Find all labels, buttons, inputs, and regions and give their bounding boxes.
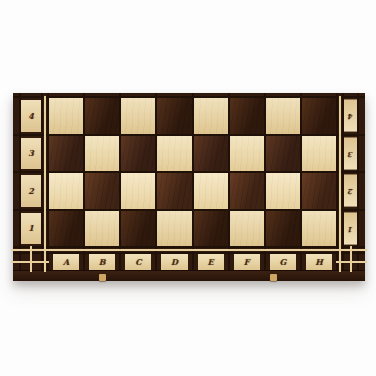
square-h2[interactable]: [302, 173, 336, 209]
inlay-pinstripe-vertical: [43, 173, 47, 209]
file-label-c: C: [125, 254, 151, 270]
square-h4[interactable]: [302, 98, 336, 134]
square-e3[interactable]: [194, 136, 228, 172]
border-left-edge: [13, 173, 19, 209]
fold-seam-segment: [266, 93, 300, 96]
inlay-pinstripe-vertical: [43, 211, 47, 247]
square-g1[interactable]: [266, 211, 300, 247]
file-label-g: G: [270, 254, 296, 270]
square-a2[interactable]: [49, 173, 83, 209]
fold-seam-segment: [359, 93, 365, 96]
file-label-cell-b: B: [85, 254, 119, 270]
border-right-edge: [359, 173, 365, 209]
fold-seam-segment: [85, 93, 119, 96]
product-photo: 44332211ABCDEFGH: [0, 0, 376, 376]
rank-label-cell-left-3: 3: [21, 136, 41, 172]
inlay-pinstripe-horizontal: [194, 248, 228, 252]
inlay-pinstripe-horizontal: [302, 248, 336, 252]
square-b1[interactable]: [85, 211, 119, 247]
inlay-pinstripe-vertical: [338, 98, 342, 134]
square-d4[interactable]: [157, 98, 191, 134]
fold-seam-segment: [13, 93, 19, 96]
file-label-cell-a: A: [49, 254, 83, 270]
square-d2[interactable]: [157, 173, 191, 209]
file-label-a: A: [53, 254, 79, 270]
inlay-pinstripe-vertical: [43, 136, 47, 172]
rank-label-cell-left-2: 2: [21, 173, 41, 209]
rank-label-cell-right-2: 2: [344, 173, 357, 209]
file-label-cell-g: G: [266, 254, 300, 270]
file-label-cell-f: F: [230, 254, 264, 270]
inlay-pinstripe-vertical: [338, 211, 342, 247]
square-g3[interactable]: [266, 136, 300, 172]
square-g4[interactable]: [266, 98, 300, 134]
border-corner-inlay: [21, 254, 41, 270]
square-f3[interactable]: [230, 136, 264, 172]
square-h3[interactable]: [302, 136, 336, 172]
fold-seam-segment: [121, 93, 155, 96]
hinge-peg-left: [99, 274, 106, 281]
square-a1[interactable]: [49, 211, 83, 247]
square-a4[interactable]: [49, 98, 83, 134]
square-c2[interactable]: [121, 173, 155, 209]
inlay-pinstripe-horizontal: [157, 248, 191, 252]
inlay-pinstripe-horizontal: [49, 248, 83, 252]
fold-seam-segment: [21, 93, 41, 96]
square-e4[interactable]: [194, 98, 228, 134]
file-label-cell-e: E: [194, 254, 228, 270]
file-label-b: B: [89, 254, 115, 270]
square-g2[interactable]: [266, 173, 300, 209]
rank-label-cell-left-1: 1: [21, 211, 41, 247]
rank-label-left-1: 1: [21, 213, 41, 245]
fold-seam-segment: [49, 93, 83, 96]
inlay-pinstripe-vertical: [338, 136, 342, 172]
rank-label-right-2: 2: [344, 175, 357, 207]
square-e1[interactable]: [194, 211, 228, 247]
border-left-edge: [13, 211, 19, 247]
rank-label-cell-right-3: 3: [344, 136, 357, 172]
border-left-edge: [13, 98, 19, 134]
rank-label-left-3: 3: [21, 138, 41, 170]
border-right-edge: [359, 211, 365, 247]
square-h1[interactable]: [302, 211, 336, 247]
inlay-pinstripe-horizontal: [121, 248, 155, 252]
rank-label-right-4: 4: [344, 100, 357, 132]
square-f1[interactable]: [230, 211, 264, 247]
square-f4[interactable]: [230, 98, 264, 134]
inlay-pinstripe-horizontal: [230, 248, 264, 252]
fold-seam-segment: [344, 93, 357, 96]
file-label-f: F: [234, 254, 260, 270]
inlay-pinstripe-horizontal: [85, 248, 119, 252]
inlay-pinstripe-vertical: [338, 173, 342, 209]
square-b3[interactable]: [85, 136, 119, 172]
rank-label-cell-right-4: 4: [344, 98, 357, 134]
rank-label-right-3: 3: [344, 138, 357, 170]
border-corner-inlay: [359, 254, 365, 270]
fold-seam-segment: [230, 93, 264, 96]
inlay-pinstripe-horizontal: [266, 248, 300, 252]
rank-label-left-4: 4: [21, 100, 41, 132]
border-left-edge: [13, 136, 19, 172]
file-label-h: H: [306, 254, 332, 270]
border-right-edge: [359, 136, 365, 172]
fold-seam-segment: [194, 93, 228, 96]
square-a3[interactable]: [49, 136, 83, 172]
border-right-edge: [359, 98, 365, 134]
file-label-d: D: [161, 254, 187, 270]
border-corner-inlay: [344, 254, 357, 270]
hinge-peg-right: [270, 274, 277, 281]
file-label-cell-c: C: [121, 254, 155, 270]
rank-label-right-1: 1: [344, 213, 357, 245]
inlay-pinstripe-vertical: [43, 98, 47, 134]
rank-label-left-2: 2: [21, 175, 41, 207]
chess-box: 44332211ABCDEFGH: [13, 93, 365, 281]
fold-seam-segment: [302, 93, 336, 96]
fold-seam-segment: [157, 93, 191, 96]
box-front-edge: [13, 270, 365, 281]
square-b4[interactable]: [85, 98, 119, 134]
file-label-cell-h: H: [302, 254, 336, 270]
square-c3[interactable]: [121, 136, 155, 172]
square-d1[interactable]: [157, 211, 191, 247]
rank-label-cell-left-4: 4: [21, 98, 41, 134]
file-label-e: E: [198, 254, 224, 270]
square-e2[interactable]: [194, 173, 228, 209]
file-label-cell-d: D: [157, 254, 191, 270]
inlay-pinstripe-horizontal: [359, 248, 365, 252]
square-c4[interactable]: [121, 98, 155, 134]
border-corner-inlay: [43, 254, 47, 270]
square-f2[interactable]: [230, 173, 264, 209]
chess-board: 44332211ABCDEFGH: [13, 93, 365, 270]
rank-label-cell-right-1: 1: [344, 211, 357, 247]
square-b2[interactable]: [85, 173, 119, 209]
square-c1[interactable]: [121, 211, 155, 247]
square-d3[interactable]: [157, 136, 191, 172]
